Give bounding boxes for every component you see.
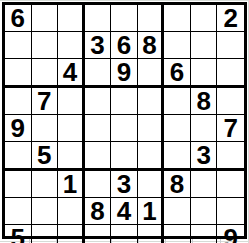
sudoku-cell[interactable] (138, 225, 165, 243)
sudoku-cell[interactable] (191, 32, 218, 59)
sudoku-cell[interactable] (58, 115, 85, 142)
sudoku-cell[interactable] (85, 142, 112, 171)
sudoku-cell[interactable]: 8 (191, 88, 218, 115)
sudoku-cell[interactable] (164, 225, 191, 243)
sudoku-cell[interactable] (191, 171, 218, 198)
sudoku-cell[interactable] (5, 142, 32, 171)
sudoku-cell[interactable]: 9 (217, 225, 244, 243)
sudoku-cell[interactable] (32, 171, 59, 198)
sudoku-cell[interactable] (111, 5, 138, 32)
sudoku-cell[interactable] (164, 115, 191, 142)
sudoku-cell[interactable] (217, 32, 244, 59)
sudoku-cell[interactable]: 5 (32, 142, 59, 171)
sudoku-cell[interactable] (58, 225, 85, 243)
sudoku-cell[interactable] (58, 198, 85, 225)
sudoku-cell[interactable]: 8 (138, 32, 165, 59)
sudoku-cell[interactable]: 6 (164, 59, 191, 88)
sudoku-cell[interactable]: 3 (111, 171, 138, 198)
sudoku-cell[interactable] (111, 142, 138, 171)
sudoku-cell[interactable] (5, 59, 32, 88)
sudoku-cell[interactable] (5, 88, 32, 115)
sudoku-cell[interactable] (58, 5, 85, 32)
sudoku-cell[interactable] (111, 115, 138, 142)
sudoku-cell[interactable] (85, 171, 112, 198)
sudoku-cell[interactable] (58, 32, 85, 59)
sudoku-cell[interactable]: 3 (191, 142, 218, 171)
sudoku-cell[interactable]: 3 (85, 32, 112, 59)
sudoku-cell[interactable] (164, 88, 191, 115)
sudoku-cell[interactable] (191, 115, 218, 142)
sudoku-cell[interactable]: 4 (111, 198, 138, 225)
sudoku-cell[interactable] (138, 59, 165, 88)
sudoku-cell[interactable] (217, 59, 244, 88)
sudoku-cell[interactable] (5, 32, 32, 59)
sudoku-cell[interactable] (217, 171, 244, 198)
sudoku-cell[interactable]: 4 (58, 59, 85, 88)
sudoku-cell[interactable] (138, 171, 165, 198)
sudoku-cell[interactable] (32, 59, 59, 88)
sudoku-cell[interactable] (217, 142, 244, 171)
sudoku-cell[interactable] (58, 142, 85, 171)
sudoku-cell[interactable] (138, 142, 165, 171)
sudoku-cell[interactable] (85, 88, 112, 115)
sudoku-cell[interactable] (32, 32, 59, 59)
sudoku-cell[interactable]: 9 (111, 59, 138, 88)
sudoku-cell[interactable]: 1 (138, 198, 165, 225)
sudoku-cell[interactable]: 8 (164, 171, 191, 198)
sudoku-app: 6 2 3 6 8 4 9 6 7 8 9 (0, 0, 249, 243)
sudoku-cell[interactable]: 8 (85, 198, 112, 225)
sudoku-cell[interactable] (85, 115, 112, 142)
sudoku-cell[interactable] (111, 88, 138, 115)
sudoku-cell[interactable]: 6 (111, 32, 138, 59)
sudoku-cell[interactable] (217, 88, 244, 115)
sudoku-cell[interactable] (138, 88, 165, 115)
sudoku-cell[interactable] (164, 142, 191, 171)
sudoku-cell[interactable]: 1 (58, 171, 85, 198)
sudoku-board: 6 2 3 6 8 4 9 6 7 8 9 (2, 2, 247, 239)
sudoku-cell[interactable] (164, 32, 191, 59)
sudoku-cell[interactable]: 6 (5, 5, 32, 32)
sudoku-cell[interactable]: 2 (217, 5, 244, 32)
sudoku-cell[interactable] (5, 171, 32, 198)
sudoku-cell[interactable] (191, 225, 218, 243)
sudoku-cell[interactable] (85, 5, 112, 32)
sudoku-cell[interactable]: 5 (5, 225, 32, 243)
sudoku-cell[interactable] (191, 198, 218, 225)
sudoku-cell[interactable] (85, 225, 112, 243)
sudoku-cell[interactable] (164, 5, 191, 32)
sudoku-cell[interactable] (32, 115, 59, 142)
sudoku-cell[interactable] (85, 59, 112, 88)
sudoku-cell[interactable] (164, 198, 191, 225)
sudoku-cell[interactable] (5, 198, 32, 225)
sudoku-cell[interactable] (32, 198, 59, 225)
spreadsheet-gridline-top (0, 0, 249, 1)
sudoku-cell[interactable] (191, 59, 218, 88)
sudoku-cell[interactable] (32, 5, 59, 32)
sudoku-cell[interactable]: 7 (217, 115, 244, 142)
sudoku-cell[interactable] (138, 5, 165, 32)
sudoku-cell[interactable]: 9 (5, 115, 32, 142)
sudoku-cell[interactable] (32, 225, 59, 243)
sudoku-cell[interactable] (58, 88, 85, 115)
spreadsheet-gridline-right (248, 0, 249, 243)
sudoku-cell[interactable]: 7 (32, 88, 59, 115)
sudoku-cell[interactable] (111, 225, 138, 243)
sudoku-cell[interactable] (138, 115, 165, 142)
sudoku-cell[interactable] (191, 5, 218, 32)
sudoku-cell[interactable] (217, 198, 244, 225)
